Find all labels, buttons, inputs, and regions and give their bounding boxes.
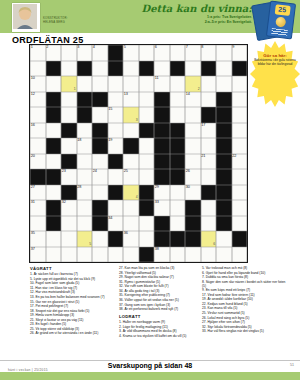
win-headline: Detta kan du vinna:: [130, 3, 252, 14]
grid-cell[interactable]: [108, 200, 124, 216]
grid-cell[interactable]: [123, 154, 139, 170]
grid-cell-black: [170, 169, 186, 185]
grid-cell[interactable]: [108, 76, 124, 92]
grid-cell[interactable]: [139, 76, 155, 92]
grid-cell-black: [201, 61, 217, 77]
clue-number: 8: [201, 45, 203, 49]
across-clue-list: 1. Är säcken full av i barnvisa (7)5. Ly…: [30, 273, 116, 336]
clue-number: 5: [124, 45, 126, 49]
grid-cell-black: [61, 185, 77, 201]
grid-cell[interactable]: [170, 107, 186, 123]
grid-cell[interactable]: 28: [77, 185, 93, 201]
clue-number: 35: [31, 231, 35, 235]
grid-cell[interactable]: [123, 123, 139, 139]
grid-cell-black: [216, 216, 232, 232]
grid-cell-black: [216, 154, 232, 170]
grid-cell[interactable]: [139, 154, 155, 170]
grid-cell[interactable]: [77, 76, 93, 92]
clue-number: 36: [124, 231, 128, 235]
how-to-body: Bokstäverna i de gula rutorna bildar här…: [252, 59, 298, 67]
grid-cell[interactable]: [108, 92, 124, 108]
grid-cell-black: [154, 92, 170, 108]
grid-cell[interactable]: [30, 216, 46, 232]
grid-cell-black: [232, 231, 248, 247]
grid-cell[interactable]: 22: [232, 154, 248, 170]
grid-cell[interactable]: [216, 76, 232, 92]
grid-cell[interactable]: [77, 247, 93, 263]
grid-cell-black: [216, 138, 232, 154]
grid-cell-black: [46, 138, 62, 154]
grid-cell[interactable]: [30, 61, 46, 77]
starburst-icon: [249, 40, 300, 108]
grid-cell[interactable]: [185, 107, 201, 123]
ticket-coin-icon: [275, 16, 286, 27]
grid-cell[interactable]: [232, 76, 248, 92]
grid-cell[interactable]: 34: [108, 216, 124, 232]
grid-cell[interactable]: 14: [185, 92, 201, 108]
grid-cell-yellow[interactable]: 5: [77, 231, 93, 247]
clue-column-3: 5. Var trolovad man och mö (8)6. Gjort f…: [202, 267, 290, 335]
grid-cell-black: [108, 61, 124, 77]
grid-cell-black: [92, 123, 108, 139]
grid-cell-black: [108, 185, 124, 201]
grid-cell[interactable]: [170, 92, 186, 108]
grid-cell-black: [154, 138, 170, 154]
grid-cell[interactable]: [154, 61, 170, 77]
clue-number: 1: [31, 45, 33, 49]
grid-cell[interactable]: 13: [123, 92, 139, 108]
grid-cell-yellow[interactable]: 4: [123, 185, 139, 201]
grid-cell[interactable]: [61, 92, 77, 108]
grid-cell[interactable]: 1: [30, 45, 46, 61]
grid-cell[interactable]: [46, 231, 62, 247]
grid-cell-yellow[interactable]: 1: [61, 76, 77, 92]
grid-cell[interactable]: [108, 123, 124, 139]
grid-cell[interactable]: 20: [30, 154, 46, 170]
grid-cell[interactable]: [77, 169, 93, 185]
grid-cell[interactable]: [185, 154, 201, 170]
grid-cell[interactable]: [123, 200, 139, 216]
grid-cell[interactable]: 37: [30, 247, 46, 263]
grid-cell[interactable]: [92, 154, 108, 170]
grid-cell-black: [123, 138, 139, 154]
clue-number: 7: [186, 45, 188, 49]
grid-cell[interactable]: 21: [201, 154, 217, 170]
lottery-ticket-front: 25: [266, 1, 296, 40]
grid-cell[interactable]: [185, 247, 201, 263]
grid-cell[interactable]: 19: [108, 138, 124, 154]
clue-number: 30: [186, 185, 190, 189]
grid-cell[interactable]: 2: [46, 45, 62, 61]
grid-cell[interactable]: [232, 200, 248, 216]
magazine-puzzle-page: KONSTRUKTÖR: HELENA BERG Detta kan du vi…: [0, 0, 300, 380]
grid-cell-black: [170, 154, 186, 170]
grid-cell-black: [232, 61, 248, 77]
clue-number: 19: [108, 138, 112, 142]
grid-cell[interactable]: 32: [61, 200, 77, 216]
clue-number: 3: [77, 45, 79, 49]
grid-cell-black: [139, 61, 155, 77]
grid-cell[interactable]: 35: [30, 231, 46, 247]
grid-cell[interactable]: 25: [123, 169, 139, 185]
clue-number: 12: [31, 92, 35, 96]
grid-cell[interactable]: [46, 76, 62, 92]
grid-cell[interactable]: [139, 231, 155, 247]
page-number: 51: [290, 363, 294, 367]
grid-cell[interactable]: 4: [92, 45, 108, 61]
clue-number: 4: [93, 45, 95, 49]
grid-cell-black: [30, 169, 46, 185]
clue-number: 27: [31, 185, 35, 189]
grid-cell[interactable]: [123, 61, 139, 77]
grid-cell[interactable]: 33: [154, 200, 170, 216]
clue-column-2: 27. Kan man lita på som en klocka (3)28.…: [119, 267, 199, 339]
grid-cell[interactable]: 3: [77, 45, 93, 61]
grid-cell-black: [216, 185, 232, 201]
grid-cell[interactable]: [170, 76, 186, 92]
grid-cell[interactable]: [201, 92, 217, 108]
grid-cell[interactable]: 31: [30, 200, 46, 216]
grid-cell[interactable]: [139, 45, 155, 61]
portrait-graphic: [13, 4, 37, 29]
how-to-text: Gör så här: Bokstäverna i de gula rutorn…: [252, 53, 298, 67]
grid-cell-black: [46, 107, 62, 123]
grid-cell[interactable]: [92, 231, 108, 247]
grid-cell-black: [154, 123, 170, 139]
clue: 26. Är gränd om vi får återvända i en än…: [30, 332, 116, 336]
clue-number: 14: [186, 92, 190, 96]
clue-number: 23: [62, 169, 66, 173]
grid-cell-black: [108, 231, 124, 247]
grid-cell-black: [185, 200, 201, 216]
grid-cell[interactable]: [139, 138, 155, 154]
grid-cell-black: [108, 154, 124, 170]
clue-number: 18: [77, 138, 81, 142]
grid-cell[interactable]: 7: [185, 45, 201, 61]
grid-cell[interactable]: 30: [185, 185, 201, 201]
grid-cell[interactable]: [92, 185, 108, 201]
grid-cell-black: [139, 247, 155, 263]
grid-cell-black: [46, 61, 62, 77]
clue-column-1: VÅGRÄTT 1. Är säcken full av i barnvisa …: [30, 267, 116, 337]
grid-cell[interactable]: 10: [30, 76, 46, 92]
grid-cell[interactable]: 8: [201, 45, 217, 61]
clue-number: 31: [31, 200, 35, 204]
clue: 38. Är ett perforerat bakverk med sylt (…: [119, 308, 199, 312]
grid-cell-black: [77, 92, 93, 108]
clue-number: 2: [46, 45, 48, 49]
grid-cell[interactable]: [61, 61, 77, 77]
grid-cell-black: [216, 200, 232, 216]
grid-cell[interactable]: [216, 45, 232, 61]
grid-cell-black: [185, 216, 201, 232]
grid-cell-black: [77, 61, 93, 77]
grid-cell[interactable]: [77, 216, 93, 232]
constructor-photo: [12, 3, 40, 32]
grid-cell[interactable]: [185, 61, 201, 77]
grid-cell[interactable]: [46, 185, 62, 201]
grid-cell[interactable]: [139, 216, 155, 232]
grid-cell[interactable]: 18: [77, 138, 93, 154]
clue-number: 24: [93, 169, 97, 173]
grid-cell[interactable]: [77, 154, 93, 170]
footer-divider: [0, 360, 300, 361]
down-clue-list: 1. Håller en norrbagge varm (9)2. Läge f…: [119, 321, 199, 339]
footer-band: [0, 372, 300, 380]
grid-cell-black: [185, 231, 201, 247]
grid-cell-black: [108, 45, 124, 61]
grid-cell[interactable]: 15: [108, 107, 124, 123]
grid-cell[interactable]: [77, 123, 93, 139]
grid-cell-black: [46, 169, 62, 185]
across-clue-list-cont: 27. Kan man lita på som en klocka (3)28.…: [119, 267, 199, 312]
grid-cell-black: [154, 154, 170, 170]
grid-cell-black: [216, 107, 232, 123]
grid-cell[interactable]: [201, 200, 217, 216]
grid-cell[interactable]: [92, 107, 108, 123]
clue-number: 16: [31, 123, 35, 127]
grid-cell[interactable]: [77, 200, 93, 216]
grid-cell-black: [61, 154, 77, 170]
grid-cell[interactable]: [232, 123, 248, 139]
grid-cell-yellow[interactable]: 2: [185, 76, 201, 92]
grid-cell[interactable]: 27: [30, 185, 46, 201]
grid-cell-black: [46, 92, 62, 108]
grid-cell-black: [92, 138, 108, 154]
grid-cell[interactable]: [232, 185, 248, 201]
grid-cell[interactable]: [216, 61, 232, 77]
grid-cell[interactable]: [61, 107, 77, 123]
grid-cell[interactable]: [185, 138, 201, 154]
grid-cell[interactable]: [201, 138, 217, 154]
grid-cell-black: [216, 123, 232, 139]
grid-cell[interactable]: [139, 169, 155, 185]
grid-cell-black: [201, 107, 217, 123]
clue-number: 25: [124, 169, 128, 173]
grid-cell-black: [170, 138, 186, 154]
clue-number: 22: [232, 154, 236, 158]
clue-number: 6: [155, 45, 157, 49]
grid-cell[interactable]: [30, 107, 46, 123]
grid-cell-black: [170, 61, 186, 77]
grid-cell[interactable]: [201, 169, 217, 185]
clue: 33. Har väl flera vinglas när det vingla…: [202, 330, 290, 334]
grid-cell[interactable]: 36: [123, 231, 139, 247]
grid-cell[interactable]: [232, 169, 248, 185]
grid-cell-black: [154, 231, 170, 247]
grid-cell[interactable]: [61, 247, 77, 263]
clue-number: 38: [155, 247, 159, 251]
grid-cell[interactable]: [216, 231, 232, 247]
grid-cell-black: [92, 92, 108, 108]
clue-number: 11: [155, 76, 159, 80]
grid-cell[interactable]: [139, 107, 155, 123]
grid-cell[interactable]: [201, 247, 217, 263]
clue-number: 10: [31, 76, 35, 80]
grid-cell[interactable]: 38: [154, 247, 170, 263]
grid-cell[interactable]: 16: [30, 123, 46, 139]
prize-info: Detta kan du vinna: 1:a pris: Två Sverig…: [130, 3, 252, 25]
grid-cell-black: [170, 123, 186, 139]
clue-number: 28: [77, 185, 81, 189]
grid-cell[interactable]: 11: [154, 76, 170, 92]
grid-cell-black: [46, 216, 62, 232]
grid-cell[interactable]: [139, 92, 155, 108]
clue-number: 13: [124, 92, 128, 96]
grid-cell[interactable]: [232, 216, 248, 232]
grid-cell[interactable]: [232, 92, 248, 108]
grid-cell[interactable]: [92, 247, 108, 263]
grid-cell[interactable]: [201, 216, 217, 232]
grid-cell-black: [154, 216, 170, 232]
prize-line-2: 2:a–5:e pris: En Sverigelott.: [130, 20, 252, 25]
byline-line2: HELENA BERG: [43, 21, 113, 25]
grid-cell-black: [170, 231, 186, 247]
grid-cell[interactable]: [61, 231, 77, 247]
grid-cell[interactable]: [123, 247, 139, 263]
grid-cell-black: [154, 107, 170, 123]
grid-cell[interactable]: [61, 138, 77, 154]
grid-cell-black: [139, 123, 155, 139]
grid-cell[interactable]: 17: [201, 123, 217, 139]
ticket-text-lines: [271, 28, 288, 36]
grid-cell-black: [61, 123, 77, 139]
grid-cell[interactable]: [170, 45, 186, 61]
grid-cell-black: [92, 216, 108, 232]
grid-cell[interactable]: [170, 216, 186, 232]
grid-cell[interactable]: 23: [61, 169, 77, 185]
prize-lines: 1:a pris: Två Sverigelotter. 2:a–5:e pri…: [130, 15, 252, 25]
grid-cell[interactable]: [232, 107, 248, 123]
grid-cell[interactable]: 12: [30, 92, 46, 108]
clue-number: 21: [201, 154, 205, 158]
grid-cell-black: [77, 107, 93, 123]
grid-cell[interactable]: [61, 216, 77, 232]
grid-cell-yellow[interactable]: 3: [123, 107, 139, 123]
clue-number: 20: [31, 154, 35, 158]
clue-number: 9: [232, 45, 234, 49]
grid-cell[interactable]: [170, 200, 186, 216]
grid-cell-black: [46, 200, 62, 216]
grid-cell[interactable]: 5: [123, 45, 139, 61]
grid-cell-yellow[interactable]: 6: [201, 231, 217, 247]
grid-cell[interactable]: [30, 138, 46, 154]
crossword-grid: 1234567891011121213141531617181920212223…: [29, 44, 248, 263]
grid-cell[interactable]: 9: [232, 45, 248, 61]
clue-number: 29: [155, 185, 159, 189]
grid-cell[interactable]: [216, 247, 232, 263]
grid-cell[interactable]: 29: [154, 185, 170, 201]
grid-cell-black: [216, 92, 232, 108]
grid-cell-black: [92, 200, 108, 216]
grid-cell-black: [154, 169, 170, 185]
grid-cell-black: [201, 185, 217, 201]
grid-cell[interactable]: [170, 185, 186, 201]
lottery-tickets-graphic: 25: [252, 1, 299, 42]
constructor-byline: KONSTRUKTÖR: HELENA BERG: [43, 17, 113, 24]
grid-cell-black: [139, 185, 155, 201]
clue-number: 37: [31, 247, 35, 251]
grid-cell-black: [216, 169, 232, 185]
grid-cell[interactable]: [185, 123, 201, 139]
grid-cell[interactable]: [170, 247, 186, 263]
how-to-starburst: Gör så här: Bokstäverna i de gula rutorn…: [249, 40, 300, 108]
grid-cell-black: [139, 200, 155, 216]
grid-cell[interactable]: [232, 138, 248, 154]
clue-number: 26: [186, 169, 190, 173]
grid-cell[interactable]: [201, 76, 217, 92]
clue-number: 32: [62, 200, 66, 204]
grid-cell[interactable]: [46, 154, 62, 170]
clue-number: 34: [108, 216, 112, 220]
grid-cell[interactable]: 24: [92, 169, 108, 185]
ticket-number-badge: 25: [274, 4, 290, 16]
clue-number: 15: [108, 107, 112, 111]
grid-cell[interactable]: [61, 45, 77, 61]
clue: 4. Krama ur två stycken till kaffet om d…: [119, 335, 199, 339]
grid-cell[interactable]: [46, 123, 62, 139]
down-clue-list-cont: 5. Var trolovad man och mö (8)6. Gjort f…: [202, 267, 290, 334]
grid-cell[interactable]: [123, 76, 139, 92]
grid-cell[interactable]: [92, 61, 108, 77]
clue-number: 17: [201, 123, 205, 127]
grid-cell[interactable]: [108, 169, 124, 185]
grid-cell[interactable]: 26: [185, 169, 201, 185]
grid-cell[interactable]: [232, 247, 248, 263]
grid-cell[interactable]: [108, 247, 124, 263]
clue-number: 33: [155, 200, 159, 204]
grid-cell[interactable]: [123, 216, 139, 232]
grid-cell[interactable]: 6: [154, 45, 170, 61]
grid-cell[interactable]: [46, 247, 62, 263]
grid-cell[interactable]: [92, 76, 108, 92]
